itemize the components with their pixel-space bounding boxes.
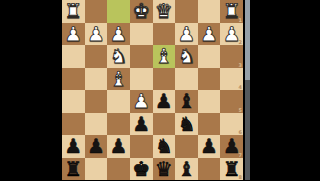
- square-h1[interactable]: ♜: [62, 0, 85, 23]
- white-rook-h1[interactable]: ♜: [64, 1, 82, 21]
- white-rook-a1[interactable]: ♜: [223, 1, 241, 21]
- black-king-e8[interactable]: ♚: [132, 158, 150, 178]
- white-pawn-a2[interactable]: ♟: [223, 23, 241, 43]
- square-d8[interactable]: ♛: [153, 158, 176, 181]
- square-h4[interactable]: [62, 68, 85, 91]
- square-h3[interactable]: [62, 45, 85, 68]
- square-f6[interactable]: [107, 113, 130, 136]
- square-h8[interactable]: ♜: [62, 158, 85, 181]
- black-pawn-d5[interactable]: ♟: [155, 91, 173, 111]
- black-bishop-c8[interactable]: ♝: [177, 158, 195, 178]
- square-e8[interactable]: ♚: [130, 158, 153, 181]
- square-g5[interactable]: [85, 90, 108, 113]
- square-c5[interactable]: ♝: [175, 90, 198, 113]
- black-rook-h8[interactable]: ♜: [64, 158, 82, 178]
- square-e1[interactable]: ♚: [130, 0, 153, 23]
- square-f8[interactable]: [107, 158, 130, 181]
- scrollbar-track[interactable]: [245, 0, 250, 180]
- black-knight-d7[interactable]: ♞: [155, 136, 173, 156]
- square-h2[interactable]: ♟: [62, 23, 85, 46]
- letterbox-left: [0, 0, 62, 180]
- square-c7[interactable]: [175, 135, 198, 158]
- black-pawn-f7[interactable]: ♟: [110, 136, 128, 156]
- square-b1[interactable]: [198, 0, 221, 23]
- square-d6[interactable]: [153, 113, 176, 136]
- black-queen-d8[interactable]: ♛: [155, 158, 173, 178]
- square-a5[interactable]: 5: [220, 90, 243, 113]
- square-a1[interactable]: ♜1: [220, 0, 243, 23]
- black-knight-c6[interactable]: ♞: [177, 113, 195, 133]
- square-g7[interactable]: ♟: [85, 135, 108, 158]
- square-f2[interactable]: ♟: [107, 23, 130, 46]
- square-g2[interactable]: ♟: [85, 23, 108, 46]
- square-e2[interactable]: [130, 23, 153, 46]
- black-pawn-g7[interactable]: ♟: [87, 136, 105, 156]
- square-g4[interactable]: [85, 68, 108, 91]
- square-g3[interactable]: [85, 45, 108, 68]
- square-d1[interactable]: ♛: [153, 0, 176, 23]
- square-b3[interactable]: [198, 45, 221, 68]
- white-knight-c3[interactable]: ♞: [177, 46, 195, 66]
- square-b2[interactable]: ♟: [198, 23, 221, 46]
- square-a7[interactable]: ♟7: [220, 135, 243, 158]
- square-e7[interactable]: [130, 135, 153, 158]
- square-f4[interactable]: ♝: [107, 68, 130, 91]
- square-g6[interactable]: [85, 113, 108, 136]
- white-bishop-f4[interactable]: ♝: [110, 68, 128, 88]
- white-knight-f3[interactable]: ♞: [110, 46, 128, 66]
- white-pawn-g2[interactable]: ♟: [87, 23, 105, 43]
- square-b8[interactable]: [198, 158, 221, 181]
- square-g1[interactable]: [85, 0, 108, 23]
- white-pawn-e5[interactable]: ♟: [132, 91, 150, 111]
- black-pawn-h7[interactable]: ♟: [64, 136, 82, 156]
- square-b4[interactable]: [198, 68, 221, 91]
- chess-board[interactable]: ♜♚♛♜1♟♟♟♟♟♟2♞♝♞3♝4♟♟♝5♟♞6♟♟♟♞♟♟7♜♚♛♝♜8: [62, 0, 243, 180]
- square-f3[interactable]: ♞: [107, 45, 130, 68]
- black-rook-a8[interactable]: ♜: [223, 158, 241, 178]
- square-a4[interactable]: 4: [220, 68, 243, 91]
- square-d3[interactable]: ♝: [153, 45, 176, 68]
- square-a2[interactable]: ♟2: [220, 23, 243, 46]
- square-c4[interactable]: [175, 68, 198, 91]
- square-h6[interactable]: [62, 113, 85, 136]
- square-h7[interactable]: ♟: [62, 135, 85, 158]
- square-a8[interactable]: ♜8: [220, 158, 243, 181]
- square-d2[interactable]: [153, 23, 176, 46]
- square-f1[interactable]: [107, 0, 130, 23]
- square-e5[interactable]: ♟: [130, 90, 153, 113]
- square-d5[interactable]: ♟: [153, 90, 176, 113]
- video-frame: ♜♚♛♜1♟♟♟♟♟♟2♞♝♞3♝4♟♟♝5♟♞6♟♟♟♞♟♟7♜♚♛♝♜8: [0, 0, 320, 180]
- letterbox-right: [250, 0, 320, 180]
- square-b6[interactable]: [198, 113, 221, 136]
- square-c1[interactable]: [175, 0, 198, 23]
- square-d4[interactable]: [153, 68, 176, 91]
- square-c6[interactable]: ♞: [175, 113, 198, 136]
- black-bishop-c5[interactable]: ♝: [177, 91, 195, 111]
- square-f5[interactable]: [107, 90, 130, 113]
- square-e3[interactable]: [130, 45, 153, 68]
- white-pawn-b2[interactable]: ♟: [200, 23, 218, 43]
- square-b7[interactable]: ♟: [198, 135, 221, 158]
- white-pawn-c2[interactable]: ♟: [177, 23, 195, 43]
- square-c3[interactable]: ♞: [175, 45, 198, 68]
- square-a3[interactable]: 3: [220, 45, 243, 68]
- square-a6[interactable]: 6: [220, 113, 243, 136]
- square-c2[interactable]: ♟: [175, 23, 198, 46]
- white-pawn-f2[interactable]: ♟: [110, 23, 128, 43]
- white-pawn-h2[interactable]: ♟: [64, 23, 82, 43]
- scrollbar-thumb[interactable]: [245, 0, 250, 80]
- square-b5[interactable]: [198, 90, 221, 113]
- square-g8[interactable]: [85, 158, 108, 181]
- square-d7[interactable]: ♞: [153, 135, 176, 158]
- white-queen-d1[interactable]: ♛: [155, 1, 173, 21]
- square-c8[interactable]: ♝: [175, 158, 198, 181]
- black-pawn-b7[interactable]: ♟: [200, 136, 218, 156]
- white-bishop-d3[interactable]: ♝: [155, 46, 173, 66]
- square-e6[interactable]: ♟: [130, 113, 153, 136]
- black-pawn-e6[interactable]: ♟: [132, 113, 150, 133]
- black-pawn-a7[interactable]: ♟: [223, 136, 241, 156]
- square-f7[interactable]: ♟: [107, 135, 130, 158]
- white-king-e1[interactable]: ♚: [132, 1, 150, 21]
- square-h5[interactable]: [62, 90, 85, 113]
- square-e4[interactable]: [130, 68, 153, 91]
